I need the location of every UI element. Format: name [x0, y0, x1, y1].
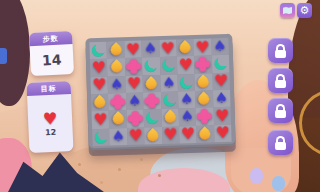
board-cell-f2[interactable]: ♥: [177, 56, 195, 74]
lock-icon: [275, 44, 286, 58]
spade-piece: ♠: [180, 109, 194, 124]
board-cell-f3[interactable]: [177, 74, 195, 92]
spade-piece: ♠: [143, 41, 157, 56]
lock-body: [275, 142, 286, 150]
lock-body: [275, 80, 286, 88]
drop-piece: [144, 76, 160, 92]
drop-piece: [177, 40, 193, 56]
board-cell-d1[interactable]: ♠: [142, 40, 160, 58]
board-cell-h3[interactable]: ♥: [212, 72, 230, 90]
heart-piece: ♥: [92, 77, 107, 93]
lock-body: [275, 110, 286, 118]
lock-icon: [275, 74, 286, 88]
drop-piece: [198, 126, 214, 142]
board-cell-h1[interactable]: ♠: [211, 38, 229, 56]
board-cell-h6[interactable]: ♥: [214, 124, 232, 142]
clover-piece: [148, 97, 155, 104]
drop-piece: [196, 92, 212, 108]
clover-piece: [132, 115, 139, 122]
board-cell-b2[interactable]: [107, 58, 125, 76]
board-cell-e1[interactable]: ♥: [159, 39, 177, 57]
drop-piece: [108, 42, 124, 58]
board-cell-c1[interactable]: ♥: [124, 41, 142, 59]
drop-piece: [92, 95, 108, 111]
board-cell-f6[interactable]: ♥: [179, 126, 197, 144]
board-cell-e4[interactable]: [161, 91, 179, 109]
board-cell-e3[interactable]: ♠: [160, 74, 178, 92]
goal-panel: 目标 ♥ 12: [26, 81, 73, 153]
heart-piece: ♥: [195, 39, 210, 55]
board-cell-c4[interactable]: ♠: [126, 93, 144, 111]
drop-piece: [110, 112, 126, 128]
heart-piece: ♥: [91, 60, 106, 76]
spade-piece: ♠: [162, 75, 176, 90]
heart-piece: ♥: [126, 41, 141, 57]
moon-piece: [144, 60, 157, 73]
steps-panel: 步数 14: [29, 31, 74, 76]
lock-body: [275, 50, 286, 58]
moon-piece: [162, 59, 175, 72]
board-cell-b1[interactable]: [107, 41, 125, 59]
drop-piece: [162, 110, 178, 126]
board-cell-a6[interactable]: [92, 128, 110, 146]
heart-piece: ♥: [128, 128, 143, 144]
background-character-detail: [0, 48, 7, 64]
board-cell-c3[interactable]: ♥: [125, 75, 143, 93]
drop-piece: [108, 60, 124, 76]
heart-piece: ♥: [178, 57, 193, 73]
clover-piece: [201, 113, 208, 120]
board-cell-g1[interactable]: ♥: [194, 38, 212, 56]
spade-piece: ♠: [180, 92, 194, 107]
match3-board: ♥♠♥♥♠♥♥♥♠♥♠♥♠♠♠♥♠♥♠♥♥♥♥: [85, 34, 235, 151]
moon-piece: [92, 44, 105, 57]
board-cell-d4[interactable]: [143, 92, 161, 110]
board-cell-d3[interactable]: [143, 75, 161, 93]
goal-count: 12: [45, 127, 57, 136]
goal-panel-body: ♥ 12: [27, 94, 73, 153]
board-cell-b4[interactable]: [108, 93, 126, 111]
clover-piece: [130, 63, 137, 70]
clover-piece: [199, 61, 206, 68]
board-cell-g3[interactable]: [195, 73, 213, 91]
board-cell-g5[interactable]: [196, 108, 214, 126]
heart-piece: ♥: [127, 76, 142, 92]
spade-piece: ♠: [110, 77, 124, 92]
spade-piece: ♠: [213, 39, 227, 54]
game-screen: 步数 14 目标 ♥ 12 ♥♠♥♥♠♥♥♥♠♥♠♥♠♠♠♥♠♥♠♥♥♥♥ ⚙: [0, 0, 320, 192]
spade-piece: ♠: [215, 91, 229, 106]
board-cell-e6[interactable]: ♥: [162, 126, 180, 144]
steps-remaining-value: 14: [30, 44, 75, 76]
moon-piece: [146, 112, 159, 125]
board-cell-e2[interactable]: [159, 57, 177, 75]
board-cell-g6[interactable]: [196, 125, 214, 143]
heart-piece: ♥: [160, 40, 175, 56]
moon-piece: [180, 76, 193, 89]
heart-piece: ♥: [93, 112, 108, 128]
board-cell-b5[interactable]: [109, 110, 127, 128]
heart-piece: ♥: [214, 73, 229, 89]
settings-gear-icon: ⚙: [300, 5, 310, 16]
locked-level-button-4[interactable]: [268, 130, 293, 155]
board-cell-b3[interactable]: ♠: [108, 76, 126, 94]
board-cell-a3[interactable]: ♥: [90, 76, 108, 94]
lock-icon: [275, 136, 286, 150]
spade-piece: ♠: [128, 94, 142, 109]
board-cell-d5[interactable]: [144, 109, 162, 127]
heart-piece: ♥: [215, 125, 230, 141]
drop-piece: [196, 74, 212, 90]
map-button[interactable]: [280, 3, 295, 18]
drop-piece: [145, 128, 161, 144]
moon-piece: [214, 57, 227, 70]
map-icon: [283, 7, 292, 14]
lock-icon: [275, 104, 286, 118]
heart-piece: ♥: [163, 127, 178, 143]
moon-piece: [94, 131, 107, 144]
goal-heart-icon: ♥: [43, 110, 58, 127]
board-cell-b6[interactable]: ♠: [109, 128, 127, 146]
board-cell-a5[interactable]: ♥: [92, 111, 110, 129]
heart-piece: ♥: [180, 126, 195, 142]
heart-piece: ♥: [215, 108, 230, 124]
moon-piece: [163, 94, 176, 107]
locked-level-button-3[interactable]: [268, 98, 293, 123]
locked-level-button-1[interactable]: [268, 38, 293, 63]
clover-piece: [114, 98, 121, 105]
board-cell-g4[interactable]: [195, 90, 213, 108]
spade-piece: ♠: [111, 129, 125, 144]
fingernail: [250, 168, 263, 184]
board-grid: ♥♠♥♥♠♥♥♥♠♥♠♥♠♠♠♥♠♥♠♥♥♥♥: [89, 38, 231, 146]
board-cell-g2[interactable]: [194, 56, 212, 74]
locked-level-button-2[interactable]: [268, 68, 293, 93]
board-cell-d6[interactable]: [144, 127, 162, 145]
board-cell-f4[interactable]: ♠: [178, 91, 196, 109]
board-cell-c6[interactable]: ♥: [127, 127, 145, 145]
fingernail: [272, 176, 285, 191]
settings-button[interactable]: ⚙: [297, 3, 312, 18]
board-cell-d2[interactable]: [142, 57, 160, 75]
